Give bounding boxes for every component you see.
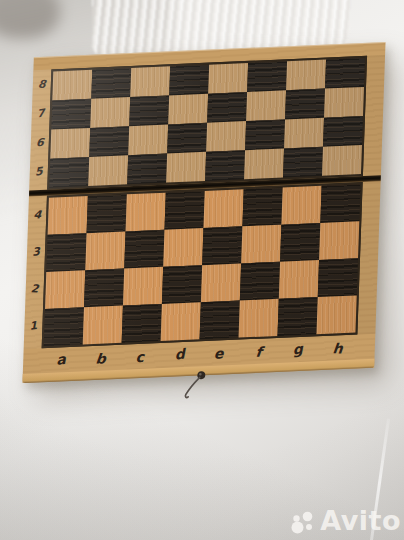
square-b1 bbox=[83, 306, 123, 345]
square-h2 bbox=[318, 258, 358, 297]
board-bottom-half: 4321 bbox=[24, 181, 381, 349]
square-g8 bbox=[286, 60, 326, 91]
rank-label-5: 5 bbox=[29, 156, 49, 187]
square-g7 bbox=[285, 89, 325, 120]
square-a1 bbox=[44, 307, 84, 346]
square-c5 bbox=[127, 154, 167, 185]
square-f5 bbox=[244, 148, 284, 179]
avito-text: Avito bbox=[320, 507, 401, 534]
squares-bottom bbox=[42, 182, 363, 348]
rank-label-7: 7 bbox=[31, 98, 51, 129]
square-c1 bbox=[122, 304, 162, 343]
square-e2 bbox=[201, 263, 241, 302]
square-d7 bbox=[168, 94, 208, 125]
square-g2 bbox=[279, 260, 319, 299]
square-g5 bbox=[283, 147, 323, 178]
file-label-b: b bbox=[79, 345, 121, 371]
square-b5 bbox=[88, 155, 128, 186]
clasp-hook-icon bbox=[179, 370, 210, 403]
square-b7 bbox=[90, 97, 130, 128]
file-label-a: a bbox=[41, 344, 82, 374]
square-h4 bbox=[320, 184, 360, 223]
square-d2 bbox=[162, 265, 202, 304]
board-top-half: 8765 bbox=[29, 55, 385, 191]
square-g6 bbox=[284, 118, 324, 149]
square-b3 bbox=[85, 231, 125, 270]
file-label-c: c bbox=[120, 343, 160, 370]
square-a2 bbox=[45, 270, 85, 309]
square-f4 bbox=[242, 188, 282, 227]
square-c8 bbox=[130, 66, 170, 97]
square-f3 bbox=[241, 225, 281, 264]
square-f2 bbox=[240, 262, 280, 301]
square-e5 bbox=[205, 150, 245, 181]
file-label-e: e bbox=[199, 340, 239, 367]
square-g1 bbox=[277, 297, 317, 336]
square-d1 bbox=[161, 302, 201, 341]
square-a8 bbox=[52, 70, 92, 101]
square-h5 bbox=[322, 145, 362, 176]
square-c4 bbox=[126, 193, 166, 232]
chessboard: 8765 4321 abcdefgh bbox=[22, 42, 385, 383]
square-a5 bbox=[49, 157, 89, 188]
square-d8 bbox=[169, 65, 209, 96]
square-d5 bbox=[166, 152, 206, 183]
square-e6 bbox=[206, 121, 246, 152]
square-e8 bbox=[208, 63, 248, 94]
photo-scene: 8765 4321 abcdefgh Avito bbox=[0, 0, 404, 540]
file-label-d: d bbox=[159, 339, 200, 369]
square-g3 bbox=[280, 223, 320, 262]
file-label-h: h bbox=[316, 335, 358, 361]
square-a7 bbox=[51, 99, 91, 130]
rank-label-3: 3 bbox=[26, 232, 47, 271]
square-a6 bbox=[50, 128, 90, 159]
square-e7 bbox=[207, 92, 247, 123]
square-a3 bbox=[46, 233, 86, 272]
square-f8 bbox=[247, 61, 287, 92]
square-f1 bbox=[239, 299, 279, 338]
square-h3 bbox=[319, 221, 359, 260]
square-g4 bbox=[281, 186, 321, 225]
square-h6 bbox=[323, 116, 363, 147]
square-c2 bbox=[123, 267, 163, 306]
square-b6 bbox=[89, 126, 129, 157]
square-e3 bbox=[202, 226, 242, 265]
square-b8 bbox=[91, 68, 131, 99]
file-label-g: g bbox=[277, 334, 318, 364]
square-c3 bbox=[124, 230, 164, 269]
square-d6 bbox=[167, 123, 207, 154]
square-c6 bbox=[128, 124, 168, 155]
square-d3 bbox=[163, 228, 203, 267]
avito-logo-icon bbox=[287, 506, 317, 534]
avito-watermark: Avito bbox=[287, 506, 401, 534]
square-a4 bbox=[48, 196, 88, 235]
square-f7 bbox=[246, 90, 286, 121]
rank-label-6: 6 bbox=[29, 128, 50, 158]
square-h8 bbox=[325, 58, 365, 89]
square-c7 bbox=[129, 95, 169, 126]
file-label-f: f bbox=[237, 338, 279, 364]
square-e1 bbox=[200, 301, 240, 340]
square-h1 bbox=[316, 295, 356, 334]
square-b2 bbox=[84, 269, 124, 308]
rank-label-1: 1 bbox=[23, 306, 44, 345]
square-f6 bbox=[245, 119, 285, 150]
square-d4 bbox=[164, 191, 204, 230]
square-b4 bbox=[87, 194, 127, 233]
square-h7 bbox=[324, 87, 364, 118]
squares-top bbox=[47, 56, 367, 190]
square-e4 bbox=[203, 189, 243, 228]
rank-label-8: 8 bbox=[31, 70, 52, 100]
